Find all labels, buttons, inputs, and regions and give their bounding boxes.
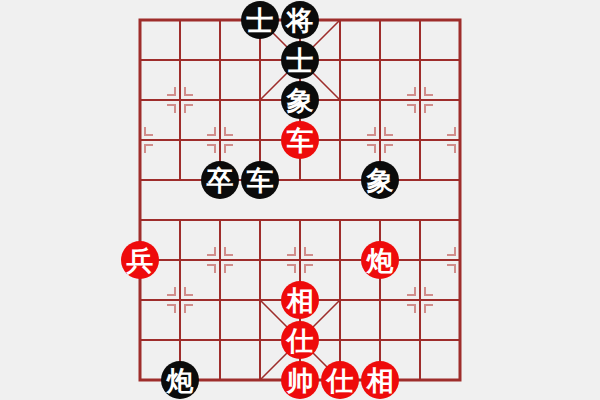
red-elephant-piece[interactable]: 相: [361, 361, 399, 399]
xiangqi-board: 士将士象车卒车象兵炮相仕炮帅仕相: [0, 0, 600, 400]
red-cannon-piece[interactable]: 炮: [361, 241, 399, 279]
black-elephant-piece[interactable]: 象: [361, 161, 399, 199]
black-advisor-piece[interactable]: 士: [281, 41, 319, 79]
black-chariot-piece[interactable]: 车: [241, 161, 279, 199]
red-advisor-piece[interactable]: 仕: [321, 361, 359, 399]
black-cannon-piece[interactable]: 炮: [161, 361, 199, 399]
black-elephant-piece[interactable]: 象: [281, 81, 319, 119]
black-pawn-piece[interactable]: 卒: [201, 161, 239, 199]
red-pawn-piece[interactable]: 兵: [121, 241, 159, 279]
red-elephant-piece[interactable]: 相: [281, 281, 319, 319]
red-general-piece[interactable]: 帅: [281, 361, 319, 399]
piece-layer: 士将士象车卒车象兵炮相仕炮帅仕相: [120, 0, 480, 400]
black-general-piece[interactable]: 将: [281, 1, 319, 39]
red-advisor-piece[interactable]: 仕: [281, 321, 319, 359]
black-advisor-piece[interactable]: 士: [241, 1, 279, 39]
red-chariot-piece[interactable]: 车: [281, 121, 319, 159]
